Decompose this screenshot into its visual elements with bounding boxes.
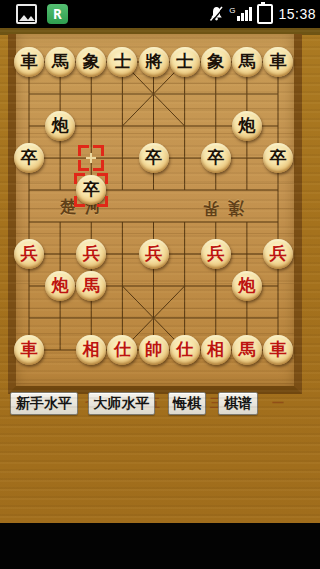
piece-character: 士 bbox=[176, 53, 193, 70]
piece-character: 兵 bbox=[83, 245, 100, 262]
piece-character: 卒 bbox=[270, 149, 287, 166]
piece-character: 炮 bbox=[238, 277, 255, 294]
piece-character: 卒 bbox=[21, 149, 38, 166]
piece-red-rook[interactable]: 車 bbox=[14, 335, 44, 365]
piece-character: 仕 bbox=[114, 341, 131, 358]
piece-black-horse[interactable]: 馬 bbox=[232, 47, 262, 77]
piece-character: 車 bbox=[270, 53, 287, 70]
piece-character: 仕 bbox=[176, 341, 193, 358]
piece-red-pawn[interactable]: 兵 bbox=[263, 239, 293, 269]
piece-character: 卒 bbox=[145, 149, 162, 166]
piece-red-pawn[interactable]: 兵 bbox=[14, 239, 44, 269]
piece-character: 士 bbox=[114, 53, 131, 70]
signal-bar bbox=[245, 10, 248, 21]
piece-black-horse[interactable]: 馬 bbox=[45, 47, 75, 77]
piece-red-cannon[interactable]: 炮 bbox=[232, 271, 262, 301]
piece-red-general[interactable]: 帥 bbox=[139, 335, 169, 365]
game-record-button[interactable]: 棋谱 bbox=[218, 392, 258, 415]
piece-red-elephant[interactable]: 相 bbox=[201, 335, 231, 365]
piece-character: 將 bbox=[145, 53, 162, 70]
piece-character: 兵 bbox=[270, 245, 287, 262]
piece-character: 馬 bbox=[238, 341, 255, 358]
piece-black-advisor[interactable]: 士 bbox=[170, 47, 200, 77]
signal-bar bbox=[241, 13, 244, 21]
piece-character: 相 bbox=[207, 341, 224, 358]
piece-character: 象 bbox=[83, 53, 100, 70]
signal-bar bbox=[249, 7, 252, 21]
piece-black-elephant[interactable]: 象 bbox=[201, 47, 231, 77]
piece-character: 車 bbox=[21, 341, 38, 358]
mute-icon bbox=[209, 6, 224, 22]
screenshot-notification-icon bbox=[16, 4, 37, 24]
piece-black-pawn[interactable]: 卒 bbox=[263, 143, 293, 173]
piece-character: 卒 bbox=[83, 181, 100, 198]
piece-black-rook[interactable]: 車 bbox=[14, 47, 44, 77]
piece-black-rook[interactable]: 車 bbox=[263, 47, 293, 77]
network-type-label: G bbox=[229, 6, 235, 15]
navigation-bar bbox=[0, 523, 320, 569]
river-text-right: 漢界 bbox=[184, 197, 254, 218]
piece-character: 炮 bbox=[52, 117, 69, 134]
status-bar: R G 15:38 bbox=[0, 0, 320, 28]
piece-character: 卒 bbox=[207, 149, 224, 166]
piece-black-pawn[interactable]: 卒 bbox=[139, 143, 169, 173]
piece-red-pawn[interactable]: 兵 bbox=[139, 239, 169, 269]
piece-red-pawn[interactable]: 兵 bbox=[201, 239, 231, 269]
piece-red-cannon[interactable]: 炮 bbox=[45, 271, 75, 301]
piece-character: 相 bbox=[83, 341, 100, 358]
notification-icons: R bbox=[16, 4, 68, 24]
battery-empty-icon bbox=[257, 4, 273, 24]
signal-bar bbox=[237, 16, 240, 21]
piece-character: 炮 bbox=[238, 117, 255, 134]
app-screen: R G 15:38 123456789九八七六五四 bbox=[0, 0, 320, 569]
piece-character: 帥 bbox=[145, 341, 162, 358]
signal-icon bbox=[237, 7, 252, 21]
piece-character: 兵 bbox=[145, 245, 162, 262]
piece-black-cannon[interactable]: 炮 bbox=[232, 111, 262, 141]
system-status-icons: G 15:38 bbox=[209, 0, 316, 28]
piece-character: 兵 bbox=[21, 245, 38, 262]
wood-background: 123456789九八七六五四三二一楚河漢界車馬象士將士象馬車炮炮卒卒卒卒卒兵兵… bbox=[0, 28, 320, 523]
piece-character: 象 bbox=[207, 53, 224, 70]
piece-black-general[interactable]: 將 bbox=[139, 47, 169, 77]
file-label-bottom: 一 bbox=[268, 395, 288, 412]
piece-character: 馬 bbox=[83, 277, 100, 294]
mountain-shape bbox=[27, 16, 35, 21]
piece-character: 車 bbox=[270, 341, 287, 358]
piece-character: 炮 bbox=[52, 277, 69, 294]
novice-level-button[interactable]: 新手水平 bbox=[10, 392, 78, 415]
master-level-button[interactable]: 大师水平 bbox=[88, 392, 155, 415]
piece-black-cannon[interactable]: 炮 bbox=[45, 111, 75, 141]
piece-character: 馬 bbox=[238, 53, 255, 70]
piece-black-pawn[interactable]: 卒 bbox=[14, 143, 44, 173]
piece-red-rook[interactable]: 車 bbox=[263, 335, 293, 365]
clock-text: 15:38 bbox=[278, 6, 316, 22]
piece-red-horse[interactable]: 馬 bbox=[232, 335, 262, 365]
app-notification-icon: R bbox=[47, 4, 68, 24]
piece-red-advisor[interactable]: 仕 bbox=[170, 335, 200, 365]
piece-character: 兵 bbox=[207, 245, 224, 262]
piece-character: 馬 bbox=[52, 53, 69, 70]
piece-black-pawn[interactable]: 卒 bbox=[201, 143, 231, 173]
undo-move-button[interactable]: 悔棋 bbox=[168, 392, 206, 415]
piece-character: 車 bbox=[21, 53, 38, 70]
